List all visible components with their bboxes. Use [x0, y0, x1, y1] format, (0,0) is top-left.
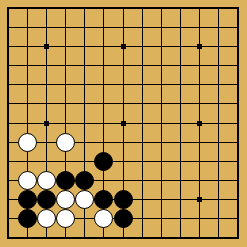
- star-point: [197, 44, 202, 49]
- black-stone: [37, 190, 56, 209]
- grid-line-horizontal: [8, 142, 238, 143]
- black-stone: [56, 171, 75, 190]
- grid-line-vertical: [180, 8, 181, 238]
- white-stone: [18, 171, 37, 190]
- white-stone: [37, 171, 56, 190]
- grid-line-vertical: [142, 8, 143, 238]
- go-board[interactable]: [0, 0, 247, 247]
- star-point: [121, 44, 126, 49]
- white-stone: [56, 133, 75, 152]
- white-stone: [18, 133, 37, 152]
- star-point: [121, 121, 126, 126]
- black-stone: [18, 190, 37, 209]
- star-point: [44, 44, 49, 49]
- black-stone: [114, 190, 133, 209]
- star-point: [44, 121, 49, 126]
- grid-line-vertical: [161, 8, 162, 238]
- black-stone: [18, 209, 37, 228]
- star-point: [197, 121, 202, 126]
- black-stone: [114, 209, 133, 228]
- grid-line-horizontal: [8, 161, 238, 162]
- grid-line-vertical: [218, 8, 219, 238]
- star-point: [197, 197, 202, 202]
